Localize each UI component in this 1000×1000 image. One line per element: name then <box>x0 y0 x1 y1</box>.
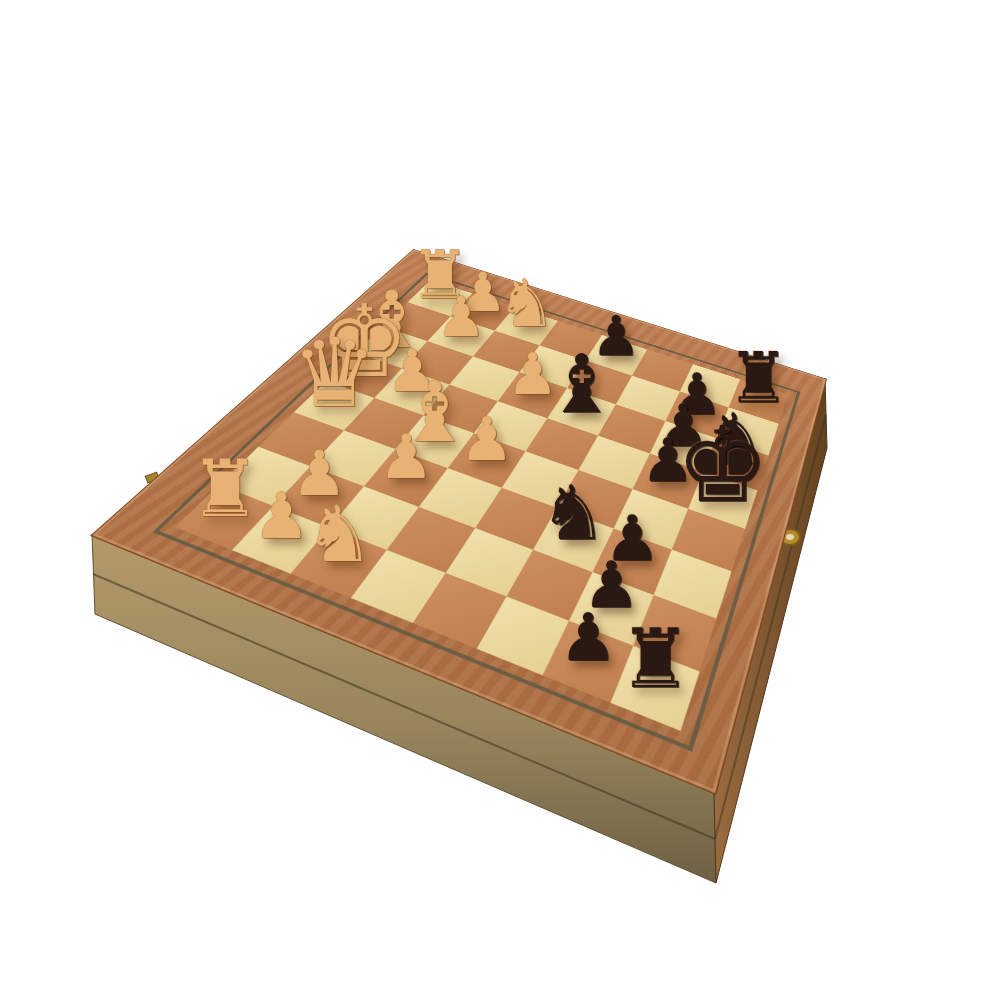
piece-black-rook-a8[interactable]: ♜ <box>618 618 691 700</box>
piece-black-pawn-a7[interactable]: ♟ <box>559 605 618 671</box>
piece-white-pawn-a2[interactable]: ♟ <box>253 485 310 549</box>
piece-black-bishop-f5[interactable]: ♝ <box>545 344 617 425</box>
piece-black-knight-c6[interactable]: ♞ <box>539 476 607 552</box>
piece-white-knight-h3[interactable]: ♞ <box>497 271 556 337</box>
piece-white-pawn-g2[interactable]: ♟ <box>436 290 486 345</box>
piece-black-king-e8[interactable]: ♚ <box>676 413 769 517</box>
piece-white-pawn-d4[interactable]: ♟ <box>460 409 514 469</box>
piece-white-pawn-c3[interactable]: ♟ <box>379 426 434 487</box>
chess-box-photo: ♜♛♚♝♜♟♟♟♟♟♞♟♝♞♟♟♜♚♞♜♟♟♟♟♟♟♞♝♟ <box>0 0 1000 1000</box>
piece-white-knight-a3[interactable]: ♞ <box>304 496 374 574</box>
piece-white-rook-a1[interactable]: ♜ <box>190 450 261 529</box>
piece-white-queen-d1[interactable]: ♛ <box>292 326 377 421</box>
